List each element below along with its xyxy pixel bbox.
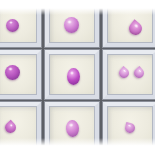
box-r1c3 [103, 0, 155, 47]
gem-r3c2-oval-pink-gem [65, 119, 79, 137]
gem-r2c1-round-pink-gem [5, 65, 20, 80]
gem-r1c1-round-pink-gem [6, 19, 19, 32]
gem-r2c2-oval-pink-gem [67, 68, 80, 85]
gem-r1c2-oval-pink-gem [64, 17, 79, 33]
photo-stage [0, 0, 155, 155]
